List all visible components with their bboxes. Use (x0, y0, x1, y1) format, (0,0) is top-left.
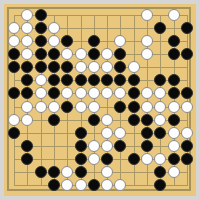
black-stone[interactable] (8, 127, 20, 139)
black-stone[interactable] (114, 101, 126, 113)
white-stone[interactable] (181, 101, 193, 113)
white-stone[interactable] (75, 87, 87, 99)
black-stone[interactable] (48, 87, 60, 99)
black-stone[interactable] (181, 87, 193, 99)
black-stone[interactable] (168, 114, 180, 126)
black-stone[interactable] (114, 48, 126, 60)
white-stone[interactable] (168, 9, 180, 21)
white-stone[interactable] (75, 179, 87, 191)
white-stone[interactable] (35, 74, 47, 86)
black-stone[interactable] (75, 140, 87, 152)
black-stone[interactable] (48, 114, 60, 126)
white-stone[interactable] (61, 166, 73, 178)
black-stone[interactable] (114, 61, 126, 73)
screenshot-root (0, 0, 200, 200)
white-stone[interactable] (61, 87, 73, 99)
white-stone[interactable] (101, 127, 113, 139)
black-stone[interactable] (154, 74, 166, 86)
white-stone[interactable] (35, 101, 47, 113)
white-stone[interactable] (75, 101, 87, 113)
white-stone[interactable] (154, 153, 166, 165)
white-stone[interactable] (114, 87, 126, 99)
white-stone[interactable] (35, 87, 47, 99)
black-stone[interactable] (88, 35, 100, 47)
white-stone[interactable] (141, 9, 153, 21)
black-stone[interactable] (114, 140, 126, 152)
white-stone[interactable] (101, 166, 113, 178)
black-stone[interactable] (8, 61, 20, 73)
white-stone[interactable] (141, 35, 153, 47)
white-stone[interactable] (168, 101, 180, 113)
black-stone[interactable] (168, 74, 180, 86)
black-stone[interactable] (75, 127, 87, 139)
black-stone[interactable] (181, 140, 193, 152)
black-stone[interactable] (141, 114, 153, 126)
white-stone[interactable] (8, 22, 20, 34)
white-stone[interactable] (88, 61, 100, 73)
white-stone[interactable] (8, 35, 20, 47)
white-stone[interactable] (168, 140, 180, 152)
white-stone[interactable] (21, 48, 33, 60)
black-stone[interactable] (141, 140, 153, 152)
white-stone[interactable] (21, 9, 33, 21)
white-stone[interactable] (101, 87, 113, 99)
black-stone[interactable] (35, 166, 47, 178)
white-stone[interactable] (168, 127, 180, 139)
black-stone[interactable] (168, 35, 180, 47)
black-stone[interactable] (128, 101, 140, 113)
go-board[interactable] (4, 4, 196, 196)
white-stone[interactable] (21, 22, 33, 34)
white-stone[interactable] (168, 166, 180, 178)
black-stone[interactable] (48, 61, 60, 73)
white-stone[interactable] (21, 114, 33, 126)
black-stone[interactable] (88, 179, 100, 191)
white-stone[interactable] (48, 101, 60, 113)
white-stone[interactable] (154, 87, 166, 99)
black-stone[interactable] (48, 166, 60, 178)
white-stone[interactable] (88, 87, 100, 99)
black-stone[interactable] (141, 127, 153, 139)
white-stone[interactable] (141, 48, 153, 60)
white-stone[interactable] (128, 61, 140, 73)
white-stone[interactable] (181, 127, 193, 139)
black-stone[interactable] (21, 61, 33, 73)
black-stone[interactable] (75, 74, 87, 86)
black-stone[interactable] (154, 22, 166, 34)
black-stone[interactable] (128, 153, 140, 165)
white-stone[interactable] (141, 101, 153, 113)
black-stone[interactable] (101, 153, 113, 165)
black-stone[interactable] (21, 74, 33, 86)
black-stone[interactable] (48, 179, 60, 191)
white-stone[interactable] (61, 48, 73, 60)
black-stone[interactable] (61, 74, 73, 86)
black-stone[interactable] (21, 140, 33, 152)
black-stone[interactable] (168, 87, 180, 99)
black-stone[interactable] (48, 48, 60, 60)
white-stone[interactable] (48, 22, 60, 34)
black-stone[interactable] (75, 166, 87, 178)
white-stone[interactable] (154, 101, 166, 113)
black-stone[interactable] (61, 101, 73, 113)
black-stone[interactable] (154, 179, 166, 191)
white-stone[interactable] (88, 140, 100, 152)
black-stone[interactable] (35, 61, 47, 73)
white-stone[interactable] (88, 101, 100, 113)
white-stone[interactable] (75, 61, 87, 73)
white-stone[interactable] (114, 127, 126, 139)
black-stone[interactable] (21, 87, 33, 99)
white-stone[interactable] (114, 35, 126, 47)
white-stone[interactable] (48, 35, 60, 47)
black-stone[interactable] (88, 114, 100, 126)
white-stone[interactable] (75, 48, 87, 60)
black-stone[interactable] (128, 74, 140, 86)
black-stone[interactable] (128, 114, 140, 126)
white-stone[interactable] (154, 114, 166, 126)
white-stone[interactable] (21, 101, 33, 113)
black-stone[interactable] (21, 153, 33, 165)
white-stone[interactable] (101, 140, 113, 152)
white-stone[interactable] (88, 153, 100, 165)
black-stone[interactable] (168, 48, 180, 60)
black-stone[interactable] (181, 48, 193, 60)
black-stone[interactable] (181, 153, 193, 165)
white-stone[interactable] (101, 114, 113, 126)
white-stone[interactable] (114, 179, 126, 191)
black-stone[interactable] (88, 48, 100, 60)
black-stone[interactable] (88, 74, 100, 86)
black-stone[interactable] (128, 87, 140, 99)
black-stone[interactable] (35, 9, 47, 21)
black-stone[interactable] (35, 35, 47, 47)
black-stone[interactable] (8, 87, 20, 99)
white-stone[interactable] (101, 48, 113, 60)
black-stone[interactable] (154, 127, 166, 139)
white-stone[interactable] (101, 61, 113, 73)
black-stone[interactable] (168, 153, 180, 165)
black-stone[interactable] (61, 61, 73, 73)
black-stone[interactable] (181, 22, 193, 34)
black-stone[interactable] (35, 48, 47, 60)
black-stone[interactable] (48, 74, 60, 86)
black-stone[interactable] (101, 74, 113, 86)
black-stone[interactable] (8, 48, 20, 60)
white-stone[interactable] (141, 153, 153, 165)
black-stone[interactable] (154, 166, 166, 178)
black-stone[interactable] (35, 22, 47, 34)
black-stone[interactable] (114, 74, 126, 86)
white-stone[interactable] (101, 179, 113, 191)
black-stone[interactable] (61, 35, 73, 47)
white-stone[interactable] (141, 87, 153, 99)
white-stone[interactable] (8, 114, 20, 126)
white-stone[interactable] (61, 179, 73, 191)
white-stone[interactable] (21, 35, 33, 47)
black-stone[interactable] (75, 153, 87, 165)
